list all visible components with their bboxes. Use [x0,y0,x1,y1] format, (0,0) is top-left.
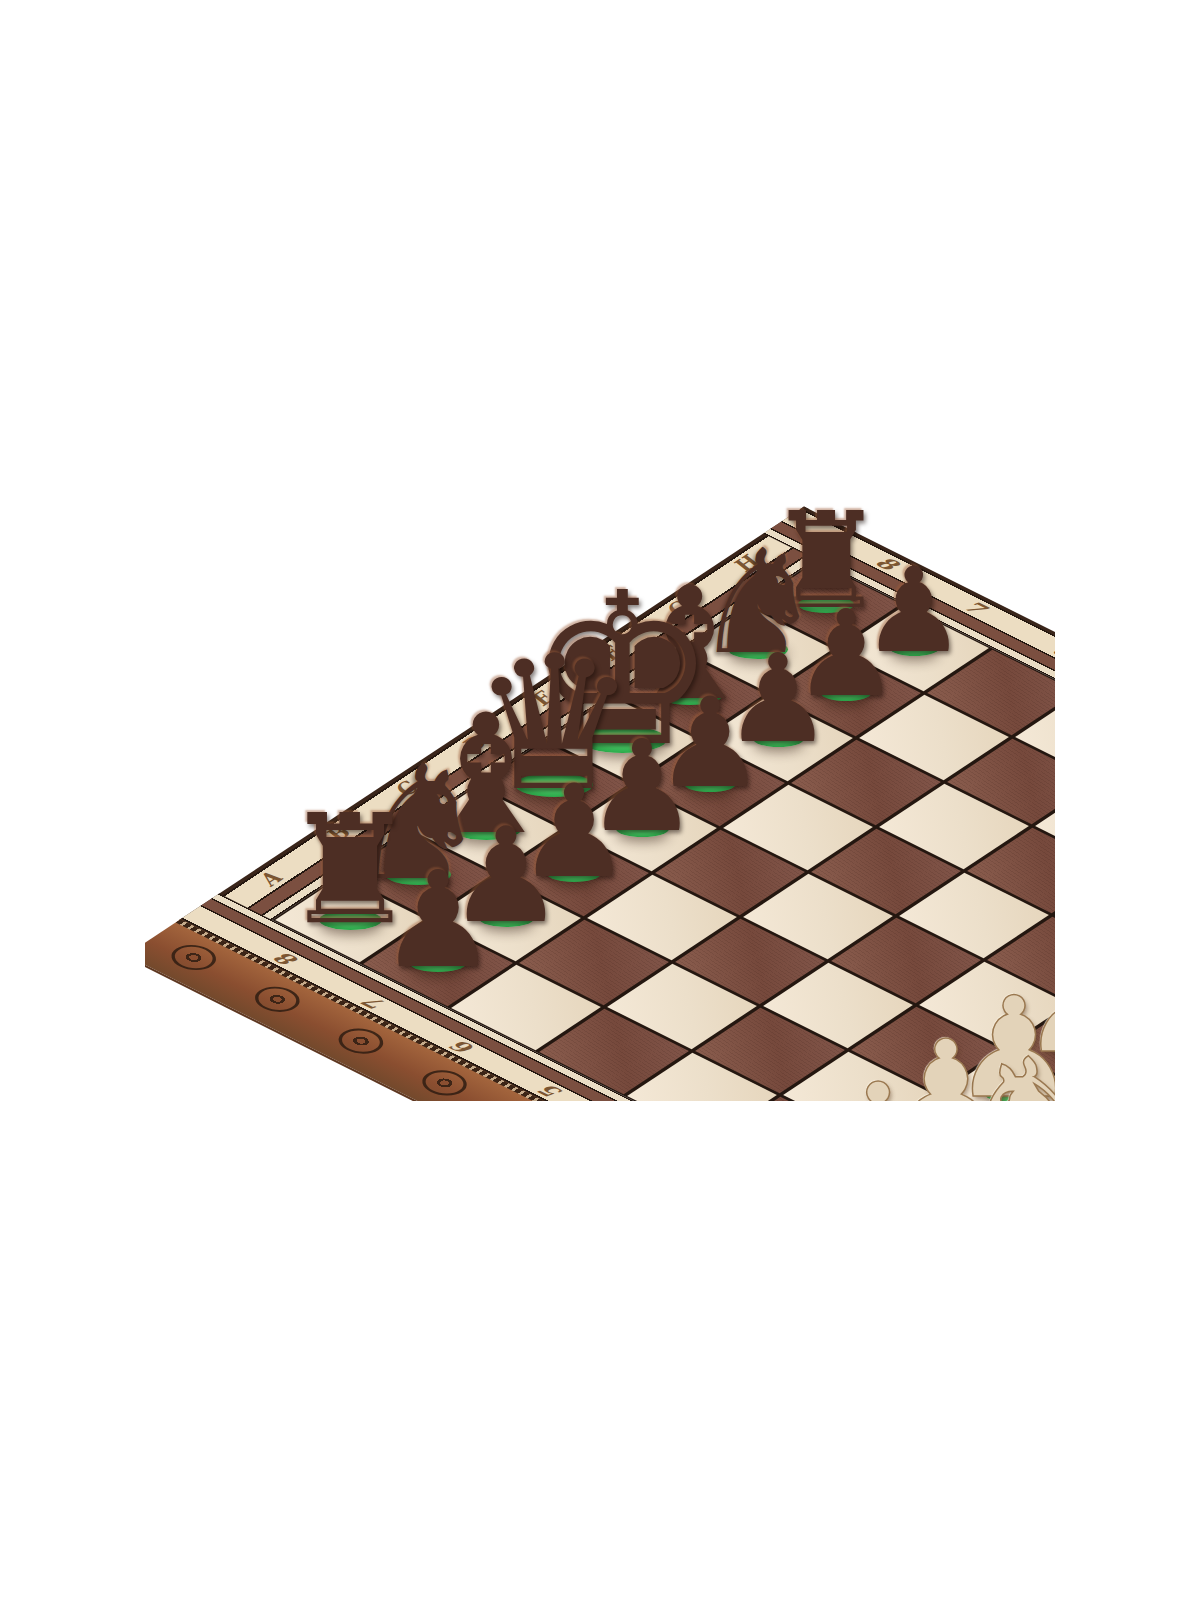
product-photo-page: AABBCCDDEEFFGGHH8877665544332211 ♜♞♝♛♚♝♞… [0,0,1200,1600]
white-rook-glyph: ♜ [891,1089,1042,1102]
chess-set-photo: AABBCCDDEEFFGGHH8877665544332211 ♜♞♝♛♚♝♞… [145,460,1055,1101]
spiral-carving [413,1065,475,1101]
black-pawn-glyph: ♟ [378,854,497,987]
spiral-carving [246,981,308,1017]
spiral-carving [330,1023,392,1059]
spiral-carving [163,940,225,976]
